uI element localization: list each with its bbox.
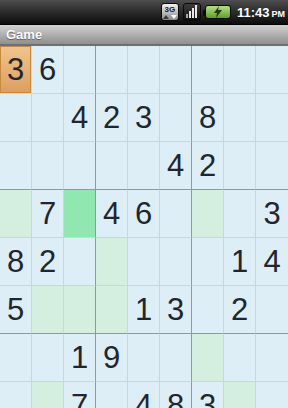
- cell-r2c5[interactable]: 3: [128, 94, 160, 142]
- cell-r4c5[interactable]: 6: [128, 190, 160, 238]
- cell-r8c4[interactable]: [96, 382, 128, 408]
- download-arrow-icon: [171, 15, 177, 19]
- cell-r2c3[interactable]: 4: [64, 94, 96, 142]
- cell-r5c6[interactable]: [160, 238, 192, 286]
- cell-r4c2[interactable]: 7: [32, 190, 64, 238]
- cell-r2c7[interactable]: 8: [192, 94, 224, 142]
- cell-r1c8[interactable]: [224, 46, 256, 94]
- cell-r5c8[interactable]: 1: [224, 238, 256, 286]
- cell-r7c9[interactable]: [256, 334, 288, 382]
- cell-r7c2[interactable]: [32, 334, 64, 382]
- cell-r3c8[interactable]: [224, 142, 256, 190]
- sudoku-grid: 36423842746382145132197483: [0, 46, 288, 408]
- cell-r7c6[interactable]: [160, 334, 192, 382]
- cell-r2c8[interactable]: [224, 94, 256, 142]
- cell-r3c2[interactable]: [32, 142, 64, 190]
- cell-r6c1[interactable]: 5: [0, 286, 32, 334]
- cell-r5c9[interactable]: 4: [256, 238, 288, 286]
- sudoku-board: 36423842746382145132197483: [0, 45, 288, 408]
- cell-r6c7[interactable]: [192, 286, 224, 334]
- cell-r7c1[interactable]: [0, 334, 32, 382]
- cell-r2c6[interactable]: [160, 94, 192, 142]
- cell-r4c6[interactable]: [160, 190, 192, 238]
- cell-r4c3[interactable]: [64, 190, 96, 238]
- cell-r1c3[interactable]: [64, 46, 96, 94]
- cell-r4c7[interactable]: [192, 190, 224, 238]
- signal-strength-icon: [183, 3, 201, 21]
- window-title: Game: [6, 27, 42, 42]
- cell-r5c2[interactable]: 2: [32, 238, 64, 286]
- cell-r5c7[interactable]: [192, 238, 224, 286]
- cell-r6c6[interactable]: 3: [160, 286, 192, 334]
- cell-r1c9[interactable]: [256, 46, 288, 94]
- cell-r1c6[interactable]: [160, 46, 192, 94]
- cell-r1c7[interactable]: [192, 46, 224, 94]
- cell-r1c1[interactable]: 3: [0, 46, 32, 94]
- cell-r3c6[interactable]: 4: [160, 142, 192, 190]
- battery-charging-icon: [205, 5, 231, 19]
- cell-r6c5[interactable]: 1: [128, 286, 160, 334]
- cell-r6c3[interactable]: [64, 286, 96, 334]
- cell-r7c3[interactable]: 1: [64, 334, 96, 382]
- cell-r2c1[interactable]: [0, 94, 32, 142]
- cell-r4c8[interactable]: [224, 190, 256, 238]
- cell-r1c2[interactable]: 6: [32, 46, 64, 94]
- cell-r3c5[interactable]: [128, 142, 160, 190]
- network-3g-label: 3G: [165, 6, 176, 14]
- cell-r6c8[interactable]: 2: [224, 286, 256, 334]
- cell-r1c4[interactable]: [96, 46, 128, 94]
- cell-r6c4[interactable]: [96, 286, 128, 334]
- cell-r8c2[interactable]: [32, 382, 64, 408]
- cell-r5c3[interactable]: [64, 238, 96, 286]
- cell-r2c2[interactable]: [32, 94, 64, 142]
- cell-r7c5[interactable]: [128, 334, 160, 382]
- cell-r3c9[interactable]: [256, 142, 288, 190]
- status-bar: 3G 11:43 PM: [0, 0, 288, 25]
- cell-r2c4[interactable]: 2: [96, 94, 128, 142]
- lightning-bolt-icon: [213, 6, 223, 18]
- cell-r8c9[interactable]: [256, 382, 288, 408]
- cell-r1c5[interactable]: [128, 46, 160, 94]
- cell-r5c5[interactable]: [128, 238, 160, 286]
- cell-r3c1[interactable]: [0, 142, 32, 190]
- cell-r3c4[interactable]: [96, 142, 128, 190]
- clock-time: 11:43: [237, 5, 270, 20]
- cell-r4c9[interactable]: 3: [256, 190, 288, 238]
- cell-r5c1[interactable]: 8: [0, 238, 32, 286]
- cell-r8c5[interactable]: 4: [128, 382, 160, 408]
- cell-r8c6[interactable]: 8: [160, 382, 192, 408]
- cell-r6c9[interactable]: [256, 286, 288, 334]
- cell-r4c4[interactable]: 4: [96, 190, 128, 238]
- cell-r2c9[interactable]: [256, 94, 288, 142]
- cell-r3c3[interactable]: [64, 142, 96, 190]
- cell-r7c8[interactable]: [224, 334, 256, 382]
- cell-r7c7[interactable]: [192, 334, 224, 382]
- cell-r3c7[interactable]: 2: [192, 142, 224, 190]
- status-clock: 11:43 PM: [237, 5, 285, 20]
- cell-r4c1[interactable]: [0, 190, 32, 238]
- cell-r8c7[interactable]: 3: [192, 382, 224, 408]
- clock-meridiem: PM: [272, 9, 286, 19]
- network-3g-icon: 3G: [161, 3, 179, 21]
- upload-arrow-icon: [163, 15, 169, 19]
- cell-r5c4[interactable]: [96, 238, 128, 286]
- cell-r7c4[interactable]: 9: [96, 334, 128, 382]
- phone-screen: 3G 11:43 PM Game 36423842746382145132197…: [0, 0, 288, 408]
- cell-r8c1[interactable]: [0, 382, 32, 408]
- cell-r6c2[interactable]: [32, 286, 64, 334]
- title-bar: Game: [0, 25, 288, 45]
- cell-r8c3[interactable]: 7: [64, 382, 96, 408]
- cell-r8c8[interactable]: [224, 382, 256, 408]
